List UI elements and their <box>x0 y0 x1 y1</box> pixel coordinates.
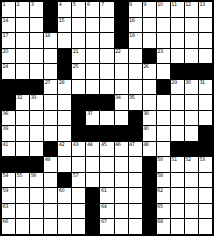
clue-number-2: 2 <box>17 2 20 7</box>
crossword-block-r6c3 <box>30 80 43 95</box>
crossword-cell-r7c3[interactable]: 33 <box>30 95 43 110</box>
crossword-cell-r2c6[interactable] <box>72 18 85 33</box>
crossword-cell-r1c11[interactable]: 9 <box>143 2 156 17</box>
crossword-cell-r15c14[interactable] <box>185 219 198 234</box>
crossword-cell-r5c11[interactable]: 26 <box>143 64 156 79</box>
crossword-cell-r10c9[interactable]: 46 <box>115 142 128 157</box>
crossword-block-r11c3 <box>30 157 43 172</box>
crossword-cell-r4c7[interactable] <box>86 49 99 64</box>
crossword-block-r2c9 <box>115 18 128 33</box>
clue-number-57: 57 <box>73 173 78 178</box>
crossword-cell-r8c4[interactable] <box>44 111 57 126</box>
crossword-cell-r3c15[interactable] <box>199 33 212 48</box>
clue-number-53: 53 <box>199 157 204 162</box>
crossword-cell-r3c7[interactable] <box>86 33 99 48</box>
crossword-cell-r5c10[interactable] <box>129 64 142 79</box>
crossword-cell-r5c12[interactable] <box>157 64 170 79</box>
crossword-cell-r1c13[interactable]: 11 <box>171 2 184 17</box>
crossword-cell-r10c1[interactable]: 41 <box>2 142 15 157</box>
crossword-cell-r7c14[interactable] <box>185 95 198 110</box>
crossword-cell-r12c6[interactable]: 57 <box>72 173 85 188</box>
crossword-block-r1c4 <box>44 2 57 17</box>
clue-number-60: 60 <box>59 188 64 193</box>
crossword-block-r12c11 <box>143 173 156 188</box>
clue-number-49: 49 <box>45 157 50 162</box>
crossword-cell-r3c10[interactable]: 19 <box>129 33 142 48</box>
crossword-cell-r2c15[interactable] <box>199 18 212 33</box>
crossword-cell-r13c14[interactable] <box>185 188 198 203</box>
crossword-cell-r5c4[interactable] <box>44 64 57 79</box>
crossword-block-r3c9 <box>115 33 128 48</box>
clue-number-5: 5 <box>73 2 76 7</box>
crossword-cell-r4c4[interactable] <box>44 49 57 64</box>
crossword-cell-r8c7[interactable]: 37 <box>86 111 99 126</box>
crossword-cell-r8c5[interactable] <box>58 111 71 126</box>
crossword-cell-r10c6[interactable]: 43 <box>72 142 85 157</box>
clue-number-66: 66 <box>3 219 8 224</box>
clue-number-4: 4 <box>59 2 62 7</box>
clue-number-3: 3 <box>31 2 34 7</box>
clue-number-16: 16 <box>129 18 134 23</box>
crossword-cell-r3c4[interactable]: 18 <box>44 33 57 48</box>
clue-number-32: 32 <box>17 95 22 100</box>
clue-number-50: 50 <box>157 157 162 162</box>
clue-number-13: 13 <box>199 2 204 7</box>
crossword-cell-r8c9[interactable] <box>115 111 128 126</box>
crossword-cell-r12c7[interactable] <box>86 173 99 188</box>
clue-number-20: 20 <box>3 49 8 54</box>
clue-number-44: 44 <box>87 142 92 147</box>
crossword-block-r7c8 <box>100 95 113 110</box>
crossword-cell-r13c3[interactable] <box>30 188 43 203</box>
clue-number-52: 52 <box>185 157 190 162</box>
crossword-cell-r9c2[interactable] <box>16 126 29 141</box>
crossword-block-r9c8 <box>100 126 113 141</box>
crossword-cell-r10c8[interactable]: 45 <box>100 142 113 157</box>
crossword-cell-r14c2[interactable] <box>16 204 29 219</box>
crossword-cell-r2c2[interactable] <box>16 18 29 33</box>
crossword-block-r9c15 <box>199 126 212 141</box>
crossword-cell-r13c12[interactable]: 62 <box>157 188 170 203</box>
crossword-cell-r10c11[interactable]: 48 <box>143 142 156 157</box>
crossword-cell-r5c6[interactable]: 25 <box>72 64 85 79</box>
crossword-block-r15c7 <box>86 219 99 234</box>
clue-number-40: 40 <box>143 126 148 131</box>
crossword-block-r10c14 <box>185 142 198 157</box>
clue-number-48: 48 <box>143 142 148 147</box>
clue-number-42: 42 <box>59 142 64 147</box>
crossword-block-r9c7 <box>86 126 99 141</box>
crossword-block-r14c7 <box>86 204 99 219</box>
clue-number-47: 47 <box>129 142 134 147</box>
crossword-cell-r8c14[interactable] <box>185 111 198 126</box>
crossword-cell-r4c3[interactable] <box>30 49 43 64</box>
crossword-cell-r2c13[interactable] <box>171 18 184 33</box>
crossword-cell-r12c2[interactable]: 55 <box>16 173 29 188</box>
crossword-cell-r12c13[interactable] <box>171 173 184 188</box>
crossword-block-r2c4 <box>44 18 57 33</box>
crossword-cell-r5c2[interactable] <box>16 64 29 79</box>
crossword-cell-r13c4[interactable] <box>44 188 57 203</box>
clue-number-37: 37 <box>87 111 92 116</box>
crossword-cell-r15c13[interactable] <box>171 219 184 234</box>
crossword-cell-r8c8[interactable] <box>100 111 113 126</box>
crossword-block-r5c13 <box>171 64 184 79</box>
crossword-cell-r11c15[interactable]: 53 <box>199 157 212 172</box>
crossword-cell-r6c9[interactable] <box>115 80 128 95</box>
crossword-cell-r4c12[interactable]: 23 <box>157 49 170 64</box>
crossword-cell-r14c12[interactable]: 65 <box>157 204 170 219</box>
crossword-cell-r4c1[interactable]: 20 <box>2 49 15 64</box>
crossword-cell-r9c12[interactable] <box>157 126 170 141</box>
crossword-cell-r12c4[interactable] <box>44 173 57 188</box>
crossword-page: 1234567891011121314151617181920212223242… <box>0 0 214 236</box>
crossword-cell-r15c10[interactable] <box>129 219 142 234</box>
crossword-cell-r4c15[interactable] <box>199 49 212 64</box>
crossword-cell-r3c2[interactable] <box>16 33 29 48</box>
clue-number-19: 19 <box>129 33 134 38</box>
crossword-cell-r14c15[interactable] <box>199 204 212 219</box>
crossword-cell-r1c5[interactable]: 4 <box>58 2 71 17</box>
clue-number-45: 45 <box>101 142 106 147</box>
clue-number-63: 63 <box>3 204 8 209</box>
crossword-cell-r11c6[interactable] <box>72 157 85 172</box>
crossword-cell-r15c4[interactable] <box>44 219 57 234</box>
clue-number-26: 26 <box>143 64 148 69</box>
crossword-cell-r6c15[interactable]: 31 <box>199 80 212 95</box>
crossword-cell-r12c12[interactable]: 58 <box>157 173 170 188</box>
crossword-cell-r4c14[interactable] <box>185 49 198 64</box>
crossword-cell-r2c14[interactable] <box>185 18 198 33</box>
clue-number-61: 61 <box>101 188 106 193</box>
crossword-block-r11c1 <box>2 157 15 172</box>
clue-number-14: 14 <box>3 18 8 23</box>
clue-number-15: 15 <box>59 18 64 23</box>
crossword-cell-r13c10[interactable] <box>129 188 142 203</box>
crossword-cell-r12c1[interactable]: 54 <box>2 173 15 188</box>
clue-number-67: 67 <box>101 219 106 224</box>
crossword-cell-r7c2[interactable]: 32 <box>16 95 29 110</box>
crossword-cell-r10c12[interactable] <box>157 142 170 157</box>
crossword-cell-r15c8[interactable]: 67 <box>100 219 113 234</box>
crossword-cell-r4c9[interactable]: 22 <box>115 49 128 64</box>
clue-number-38: 38 <box>143 111 148 116</box>
clue-number-6: 6 <box>87 2 90 7</box>
crossword-cell-r6c5[interactable]: 28 <box>58 80 71 95</box>
crossword-cell-r8c1[interactable]: 36 <box>2 111 15 126</box>
crossword-cell-r13c15[interactable] <box>199 188 212 203</box>
crossword-cell-r15c1[interactable]: 66 <box>2 219 15 234</box>
clue-number-24: 24 <box>3 64 8 69</box>
clue-number-64: 64 <box>101 204 106 209</box>
crossword-cell-r10c2[interactable] <box>16 142 29 157</box>
clue-number-43: 43 <box>73 142 78 147</box>
crossword-cell-r2c11[interactable] <box>143 18 156 33</box>
clue-number-7: 7 <box>101 2 104 7</box>
crossword-cell-r3c13[interactable] <box>171 33 184 48</box>
clue-number-56: 56 <box>31 173 36 178</box>
crossword-cell-r11c13[interactable]: 51 <box>171 157 184 172</box>
crossword-cell-r8c12[interactable] <box>157 111 170 126</box>
crossword-cell-r9c3[interactable] <box>30 126 43 141</box>
crossword-cell-r11c7[interactable] <box>86 157 99 172</box>
crossword-cell-r11c10[interactable] <box>129 157 142 172</box>
crossword-cell-r11c8[interactable] <box>100 157 113 172</box>
crossword-cell-r13c13[interactable] <box>171 188 184 203</box>
crossword-block-r7c1 <box>2 95 15 110</box>
clue-number-34: 34 <box>115 95 120 100</box>
crossword-cell-r7c9[interactable]: 34 <box>115 95 128 110</box>
crossword-cell-r2c7[interactable] <box>86 18 99 33</box>
crossword-cell-r1c12[interactable]: 10 <box>157 2 170 17</box>
crossword-cell-r8c13[interactable] <box>171 111 184 126</box>
crossword-cell-r3c6[interactable] <box>72 33 85 48</box>
crossword-cell-r5c9[interactable] <box>115 64 128 79</box>
crossword-cell-r11c14[interactable]: 52 <box>185 157 198 172</box>
crossword-cell-r11c4[interactable]: 49 <box>44 157 57 172</box>
crossword-cell-r14c5[interactable] <box>58 204 71 219</box>
crossword-block-r10c15 <box>199 142 212 157</box>
clue-number-41: 41 <box>3 142 8 147</box>
crossword-cell-r8c2[interactable] <box>16 111 29 126</box>
crossword-block-r4c5 <box>58 49 71 64</box>
crossword-cell-r10c3[interactable] <box>30 142 43 157</box>
crossword-cell-r2c3[interactable] <box>30 18 43 33</box>
crossword-cell-r3c14[interactable] <box>185 33 198 48</box>
clue-number-59: 59 <box>3 188 8 193</box>
crossword-cell-r10c7[interactable]: 44 <box>86 142 99 157</box>
crossword-block-r9c9 <box>115 126 128 141</box>
crossword-block-r5c15 <box>199 64 212 79</box>
crossword-cell-r1c1[interactable]: 1 <box>2 2 15 17</box>
crossword-cell-r13c9[interactable] <box>115 188 128 203</box>
clue-number-46: 46 <box>115 142 120 147</box>
clue-number-10: 10 <box>157 2 162 7</box>
crossword-cell-r14c10[interactable] <box>129 204 142 219</box>
crossword-cell-r9c13[interactable] <box>171 126 184 141</box>
crossword-cell-r4c13[interactable] <box>171 49 184 64</box>
clue-number-9: 9 <box>143 2 146 7</box>
crossword-cell-r10c10[interactable]: 47 <box>129 142 142 157</box>
crossword-cell-r4c6[interactable]: 21 <box>72 49 85 64</box>
crossword-cell-r1c6[interactable]: 5 <box>72 2 85 17</box>
crossword-cell-r12c15[interactable] <box>199 173 212 188</box>
clue-number-51: 51 <box>171 157 176 162</box>
crossword-cell-r2c1[interactable]: 14 <box>2 18 15 33</box>
crossword-cell-r1c2[interactable]: 2 <box>16 2 29 17</box>
crossword-block-r6c12 <box>157 80 170 95</box>
crossword-cell-r7c4[interactable] <box>44 95 57 110</box>
crossword-cell-r5c1[interactable]: 24 <box>2 64 15 79</box>
crossword-cell-r9c1[interactable]: 39 <box>2 126 15 141</box>
crossword-block-r8c6 <box>72 111 85 126</box>
crossword-block-r10c4 <box>44 142 57 157</box>
crossword-block-r11c2 <box>16 157 29 172</box>
crossword-cell-r2c5[interactable]: 15 <box>58 18 71 33</box>
crossword-block-r4c11 <box>143 49 156 64</box>
crossword-cell-r1c10[interactable]: 8 <box>129 2 142 17</box>
crossword-cell-r15c9[interactable] <box>115 219 128 234</box>
crossword-cell-r8c3[interactable] <box>30 111 43 126</box>
crossword-cell-r3c11[interactable] <box>143 33 156 48</box>
crossword-cell-r2c8[interactable] <box>100 18 113 33</box>
crossword-cell-r6c14[interactable]: 30 <box>185 80 198 95</box>
crossword-cell-r3c12[interactable] <box>157 33 170 48</box>
crossword-cell-r13c5[interactable]: 60 <box>58 188 71 203</box>
crossword-cell-r6c13[interactable]: 29 <box>171 80 184 95</box>
crossword-cell-r5c8[interactable] <box>100 64 113 79</box>
crossword-cell-r3c1[interactable]: 17 <box>2 33 15 48</box>
crossword-cell-r3c5[interactable] <box>58 33 71 48</box>
crossword-block-r9c6 <box>72 126 85 141</box>
crossword-cell-r6c11[interactable] <box>143 80 156 95</box>
crossword-cell-r2c10[interactable]: 16 <box>129 18 142 33</box>
crossword-block-r15c11 <box>143 219 156 234</box>
crossword-block-r7c7 <box>86 95 99 110</box>
crossword-cell-r7c11[interactable] <box>143 95 156 110</box>
crossword-cell-r12c9[interactable] <box>115 173 128 188</box>
crossword-cell-r3c8[interactable] <box>100 33 113 48</box>
crossword-cell-r7c5[interactable] <box>58 95 71 110</box>
crossword-cell-r1c3[interactable]: 3 <box>30 2 43 17</box>
clue-number-12: 12 <box>185 2 190 7</box>
crossword-cell-r6c8[interactable] <box>100 80 113 95</box>
crossword-cell-r6c10[interactable] <box>129 80 142 95</box>
crossword-cell-r12c14[interactable] <box>185 173 198 188</box>
crossword-cell-r1c8[interactable]: 7 <box>100 2 113 17</box>
crossword-cell-r9c11[interactable]: 40 <box>143 126 156 141</box>
clue-number-23: 23 <box>157 49 162 54</box>
crossword-cell-r14c3[interactable] <box>30 204 43 219</box>
crossword-cell-r14c9[interactable] <box>115 204 128 219</box>
crossword-block-r13c7 <box>86 188 99 203</box>
crossword-cell-r5c7[interactable] <box>86 64 99 79</box>
crossword-cell-r9c4[interactable] <box>44 126 57 141</box>
crossword-cell-r4c2[interactable] <box>16 49 29 64</box>
crossword-cell-r14c13[interactable] <box>171 204 184 219</box>
crossword-cell-r4c10[interactable] <box>129 49 142 64</box>
crossword-cell-r2c12[interactable] <box>157 18 170 33</box>
crossword-cell-r8c11[interactable]: 38 <box>143 111 156 126</box>
crossword-block-r6c1 <box>2 80 15 95</box>
clue-number-21: 21 <box>73 49 78 54</box>
crossword-cell-r13c8[interactable]: 61 <box>100 188 113 203</box>
crossword-cell-r14c4[interactable] <box>44 204 57 219</box>
clue-number-33: 33 <box>31 95 36 100</box>
crossword-cell-r1c15[interactable]: 13 <box>199 2 212 17</box>
crossword-block-r6c2 <box>16 80 29 95</box>
clue-number-65: 65 <box>157 204 162 209</box>
crossword-cell-r15c2[interactable] <box>16 219 29 234</box>
crossword-block-r14c11 <box>143 204 156 219</box>
clue-number-35: 35 <box>129 95 134 100</box>
crossword-cell-r5c3[interactable] <box>30 64 43 79</box>
clue-number-62: 62 <box>157 188 162 193</box>
crossword-cell-r6c6[interactable] <box>72 80 85 95</box>
crossword-cell-r6c7[interactable] <box>86 80 99 95</box>
crossword-cell-r9c5[interactable] <box>58 126 71 141</box>
crossword-cell-r15c3[interactable] <box>30 219 43 234</box>
crossword-cell-r9c14[interactable] <box>185 126 198 141</box>
clue-number-58: 58 <box>157 173 162 178</box>
clue-number-68: 68 <box>157 219 162 224</box>
clue-number-39: 39 <box>3 126 8 131</box>
clue-number-55: 55 <box>17 173 22 178</box>
crossword-block-r7c6 <box>72 95 85 110</box>
crossword-cell-r13c6[interactable] <box>72 188 85 203</box>
crossword-cell-r14c6[interactable] <box>72 204 85 219</box>
crossword-cell-r1c14[interactable]: 12 <box>185 2 198 17</box>
crossword-cell-r15c12[interactable]: 68 <box>157 219 170 234</box>
crossword-cell-r6c4[interactable]: 27 <box>44 80 57 95</box>
crossword-cell-r15c5[interactable] <box>58 219 71 234</box>
crossword-block-r13c11 <box>143 188 156 203</box>
crossword-cell-r10c5[interactable]: 42 <box>58 142 71 157</box>
crossword-cell-r7c12[interactable] <box>157 95 170 110</box>
clue-number-31: 31 <box>199 80 204 85</box>
crossword-cell-r1c7[interactable]: 6 <box>86 2 99 17</box>
clue-number-18: 18 <box>45 33 50 38</box>
crossword-cell-r7c13[interactable] <box>171 95 184 110</box>
crossword-cell-r12c3[interactable]: 56 <box>30 173 43 188</box>
crossword-block-r9c10 <box>129 126 142 141</box>
crossword-block-r5c14 <box>185 64 198 79</box>
crossword-cell-r11c9[interactable] <box>115 157 128 172</box>
clue-number-36: 36 <box>3 111 8 116</box>
clue-number-8: 8 <box>129 2 132 7</box>
crossword-cell-r13c2[interactable] <box>16 188 29 203</box>
crossword-block-r8c10 <box>129 111 142 126</box>
clue-number-22: 22 <box>115 49 120 54</box>
crossword-cell-r3c3[interactable] <box>30 33 43 48</box>
clue-number-1: 1 <box>3 2 6 7</box>
crossword-cell-r7c15[interactable] <box>199 95 212 110</box>
clue-number-28: 28 <box>59 80 64 85</box>
clue-number-25: 25 <box>73 64 78 69</box>
crossword-cell-r8c15[interactable] <box>199 111 212 126</box>
crossword-cell-r4c8[interactable] <box>100 49 113 64</box>
crossword-grid: 1234567891011121314151617181920212223242… <box>0 0 214 236</box>
crossword-cell-r15c6[interactable] <box>72 219 85 234</box>
crossword-cell-r13c1[interactable]: 59 <box>2 188 15 203</box>
crossword-cell-r14c14[interactable] <box>185 204 198 219</box>
crossword-cell-r11c12[interactable]: 50 <box>157 157 170 172</box>
crossword-block-r12c5 <box>58 173 71 188</box>
clue-number-17: 17 <box>3 33 8 38</box>
clue-number-11: 11 <box>171 2 176 7</box>
clue-number-27: 27 <box>45 80 50 85</box>
clue-number-30: 30 <box>185 80 190 85</box>
crossword-block-r10c13 <box>171 142 184 157</box>
clue-number-54: 54 <box>3 173 8 178</box>
crossword-cell-r15c15[interactable] <box>199 219 212 234</box>
crossword-block-r11c11 <box>143 157 156 172</box>
crossword-block-r5c5 <box>58 64 71 79</box>
crossword-cell-r7c10[interactable]: 35 <box>129 95 142 110</box>
clue-number-29: 29 <box>171 80 176 85</box>
crossword-cell-r14c1[interactable]: 63 <box>2 204 15 219</box>
crossword-cell-r12c10[interactable] <box>129 173 142 188</box>
crossword-cell-r12c8[interactable] <box>100 173 113 188</box>
crossword-block-r1c9 <box>115 2 128 17</box>
crossword-cell-r14c8[interactable]: 64 <box>100 204 113 219</box>
crossword-cell-r11c5[interactable] <box>58 157 71 172</box>
